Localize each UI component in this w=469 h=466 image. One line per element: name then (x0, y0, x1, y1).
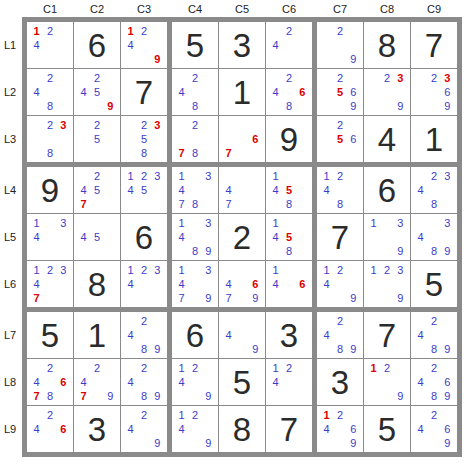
empty-candidate-slot (222, 263, 235, 277)
candidate-8: 8 (43, 146, 56, 160)
candidate-7: 7 (222, 291, 235, 305)
cell-L1C6[interactable]: 24 (266, 22, 312, 68)
empty-candidate-slot (441, 328, 454, 342)
candidate-4: 4 (175, 277, 188, 291)
candidate-7-highlighted: 7 (30, 291, 43, 305)
empty-candidate-slot (380, 277, 393, 291)
empty-candidate-slot (235, 197, 248, 211)
cell-L3C3[interactable]: 2358 (121, 116, 167, 162)
cell-L5C9[interactable]: 3489 (411, 214, 457, 260)
candidate-8: 8 (427, 342, 440, 356)
empty-candidate-slot (202, 132, 215, 146)
candidate-grid: 2348 (411, 167, 457, 213)
empty-candidate-slot (347, 314, 360, 328)
candidate-1: 1 (269, 361, 282, 375)
cell-L2C4[interactable]: 248 (172, 69, 218, 115)
empty-candidate-slot (104, 132, 117, 146)
row-label-L1: L1 (4, 39, 16, 51)
candidate-6: 6 (347, 85, 360, 99)
candidate-4: 4 (320, 422, 333, 436)
candidate-4: 4 (124, 422, 137, 436)
candidate-grid: 2468 (266, 69, 312, 115)
cell-L8C5[interactable]: 5 (219, 359, 265, 405)
empty-candidate-slot (57, 361, 70, 375)
empty-candidate-slot (296, 169, 309, 183)
cell-L4C6[interactable]: 1458 (266, 167, 312, 213)
empty-candidate-slot (57, 24, 70, 38)
candidate-grid: 1249 (172, 406, 218, 452)
empty-candidate-slot (296, 291, 309, 305)
solved-digit: 3 (331, 366, 349, 399)
candidate-2: 2 (427, 314, 440, 328)
empty-candidate-slot (414, 99, 427, 113)
empty-candidate-slot (249, 146, 262, 160)
empty-candidate-slot (222, 314, 235, 328)
cell-L9C4[interactable]: 1249 (172, 406, 218, 452)
solved-digit: 6 (88, 29, 106, 62)
candidate-grid: 2489 (121, 312, 167, 358)
empty-candidate-slot (77, 169, 90, 183)
candidate-4: 4 (320, 328, 333, 342)
empty-candidate-slot (441, 197, 454, 211)
cell-L9C1[interactable]: 246 (27, 406, 73, 452)
cell-L7C8[interactable]: 7 (364, 312, 410, 358)
candidate-1-highlighted: 1 (367, 361, 380, 375)
cell-L3C2[interactable]: 25 (74, 116, 120, 162)
empty-candidate-slot (282, 38, 295, 52)
empty-candidate-slot (269, 52, 282, 66)
cell-L5C6[interactable]: 1458 (266, 214, 312, 260)
cell-L9C9[interactable]: 2469 (411, 406, 457, 452)
empty-candidate-slot (151, 375, 164, 389)
row-label-L8: L8 (4, 376, 16, 388)
empty-candidate-slot (137, 197, 150, 211)
candidate-4: 4 (77, 230, 90, 244)
empty-candidate-slot (333, 183, 346, 197)
empty-candidate-slot (188, 291, 201, 305)
candidate-2: 2 (427, 71, 440, 85)
candidate-2: 2 (90, 118, 103, 132)
candidate-8: 8 (137, 146, 150, 160)
empty-candidate-slot (320, 85, 333, 99)
candidate-grid: 2489 (121, 359, 167, 405)
empty-candidate-slot (414, 342, 427, 356)
candidate-1: 1 (175, 263, 188, 277)
cell-L9C6[interactable]: 7 (266, 406, 312, 452)
cell-L3C8[interactable]: 4 (364, 116, 410, 162)
empty-candidate-slot (249, 263, 262, 277)
cell-L8C3[interactable]: 2489 (121, 359, 167, 405)
cell-L9C2[interactable]: 3 (74, 406, 120, 452)
empty-candidate-slot (282, 375, 295, 389)
cell-L8C6[interactable]: 124 (266, 359, 312, 405)
empty-candidate-slot (57, 146, 70, 160)
solved-digit: 3 (233, 29, 251, 62)
candidate-grid: 3489 (411, 214, 457, 260)
cell-L6C6[interactable]: 146 (266, 261, 312, 307)
candidate-4: 4 (269, 85, 282, 99)
cell-L5C1[interactable]: 134 (27, 214, 73, 260)
cell-L9C3[interactable]: 249 (121, 406, 167, 452)
empty-candidate-slot (43, 216, 56, 230)
cell-L6C8[interactable]: 1239 (364, 261, 410, 307)
candidate-6: 6 (441, 422, 454, 436)
candidate-grid: 47 (219, 167, 265, 213)
cell-L7C3[interactable]: 2489 (121, 312, 167, 358)
candidate-3-highlighted: 3 (441, 71, 454, 85)
candidate-6-highlighted: 6 (249, 277, 262, 291)
cell-L7C6[interactable]: 3 (266, 312, 312, 358)
empty-candidate-slot (235, 132, 248, 146)
empty-candidate-slot (57, 230, 70, 244)
cell-L2C9[interactable]: 2369 (411, 69, 457, 115)
empty-candidate-slot (137, 277, 150, 291)
empty-candidate-slot (441, 361, 454, 375)
empty-candidate-slot (333, 291, 346, 305)
cell-L1C1[interactable]: 124 (27, 22, 73, 68)
empty-candidate-slot (380, 389, 393, 403)
empty-candidate-slot (188, 216, 201, 230)
candidate-1: 1 (320, 263, 333, 277)
empty-candidate-slot (347, 118, 360, 132)
empty-candidate-slot (394, 230, 407, 244)
cell-L1C9[interactable]: 7 (411, 22, 457, 68)
empty-candidate-slot (30, 436, 43, 450)
cell-L5C5[interactable]: 2 (219, 214, 265, 260)
cell-L6C2[interactable]: 8 (74, 261, 120, 307)
box-5: 134784714581348921458134794679146 (172, 167, 312, 307)
candidate-grid: 67 (219, 116, 265, 162)
candidate-2: 2 (333, 118, 346, 132)
solved-digit: 7 (280, 413, 298, 446)
empty-candidate-slot (30, 52, 43, 66)
empty-candidate-slot (427, 99, 440, 113)
empty-candidate-slot (367, 99, 380, 113)
cell-L6C7[interactable]: 1249 (317, 261, 363, 307)
cell-L2C8[interactable]: 239 (364, 69, 410, 115)
candidate-2: 2 (427, 169, 440, 183)
empty-candidate-slot (320, 118, 333, 132)
cell-L1C8[interactable]: 8 (364, 22, 410, 68)
cell-L7C2[interactable]: 1 (74, 312, 120, 358)
cell-L9C7[interactable]: 12469 (317, 406, 363, 452)
candidate-grid: 2489 (317, 312, 363, 358)
empty-candidate-slot (57, 71, 70, 85)
candidate-1: 1 (175, 361, 188, 375)
candidate-4: 4 (30, 277, 43, 291)
cell-L3C1[interactable]: 238 (27, 116, 73, 162)
empty-candidate-slot (414, 361, 427, 375)
cell-L7C9[interactable]: 2489 (411, 312, 457, 358)
box-6: 12486234871393489124912395 (317, 167, 457, 307)
cell-L1C7[interactable]: 29 (317, 22, 363, 68)
empty-candidate-slot (249, 169, 262, 183)
empty-candidate-slot (269, 71, 282, 85)
cell-L9C8[interactable]: 5 (364, 406, 410, 452)
empty-candidate-slot (90, 389, 103, 403)
row-label-L2: L2 (4, 86, 16, 98)
candidate-2: 2 (188, 71, 201, 85)
candidate-5: 5 (137, 132, 150, 146)
empty-candidate-slot (90, 197, 103, 211)
candidate-3: 3 (202, 169, 215, 183)
empty-candidate-slot (235, 277, 248, 291)
candidate-grid: 124 (266, 359, 312, 405)
empty-candidate-slot (124, 389, 137, 403)
empty-candidate-slot (333, 277, 346, 291)
empty-candidate-slot (347, 408, 360, 422)
cell-L5C4[interactable]: 13489 (172, 214, 218, 260)
candidate-3: 3 (151, 263, 164, 277)
empty-candidate-slot (43, 244, 56, 258)
candidate-2: 2 (137, 361, 150, 375)
candidate-3: 3 (202, 263, 215, 277)
cell-L8C8[interactable]: 129 (364, 359, 410, 405)
candidate-grid: 2569 (317, 69, 363, 115)
empty-candidate-slot (188, 132, 201, 146)
empty-candidate-slot (320, 197, 333, 211)
candidate-2: 2 (137, 314, 150, 328)
empty-candidate-slot (151, 314, 164, 328)
cell-L6C5[interactable]: 4679 (219, 261, 265, 307)
cell-L6C3[interactable]: 1234 (121, 261, 167, 307)
cell-L3C9[interactable]: 1 (411, 116, 457, 162)
empty-candidate-slot (394, 85, 407, 99)
candidate-grid: 2459 (74, 69, 120, 115)
empty-candidate-slot (249, 118, 262, 132)
empty-candidate-slot (77, 118, 90, 132)
empty-candidate-slot (57, 277, 70, 291)
cell-L5C8[interactable]: 139 (364, 214, 410, 260)
candidate-2: 2 (90, 71, 103, 85)
cell-L1C4[interactable]: 5 (172, 22, 218, 68)
candidate-9: 9 (441, 436, 454, 450)
cell-L2C7[interactable]: 2569 (317, 69, 363, 115)
candidate-9: 9 (151, 436, 164, 450)
candidate-4: 4 (269, 375, 282, 389)
empty-candidate-slot (188, 169, 201, 183)
candidate-9: 9 (202, 244, 215, 258)
cell-L6C1[interactable]: 12347 (27, 261, 73, 307)
cell-L5C7[interactable]: 7 (317, 214, 363, 260)
empty-candidate-slot (380, 99, 393, 113)
cell-L2C6[interactable]: 2468 (266, 69, 312, 115)
candidate-grid: 12345 (121, 167, 167, 213)
candidate-6-highlighted: 6 (296, 85, 309, 99)
empty-candidate-slot (414, 244, 427, 258)
cell-L8C4[interactable]: 1249 (172, 359, 218, 405)
candidate-4: 4 (30, 230, 43, 244)
empty-candidate-slot (202, 146, 215, 160)
candidate-5-highlighted: 5 (333, 132, 346, 146)
empty-candidate-slot (202, 277, 215, 291)
candidate-5: 5 (90, 85, 103, 99)
candidate-9: 9 (249, 291, 262, 305)
empty-candidate-slot (188, 436, 201, 450)
empty-candidate-slot (43, 85, 56, 99)
candidate-grid: 134 (27, 214, 73, 260)
candidate-4: 4 (175, 183, 188, 197)
cell-L3C4[interactable]: 278 (172, 116, 218, 162)
empty-candidate-slot (414, 389, 427, 403)
empty-candidate-slot (441, 314, 454, 328)
candidate-grid: 25 (74, 116, 120, 162)
empty-candidate-slot (90, 244, 103, 258)
candidate-grid: 2369 (411, 69, 457, 115)
empty-candidate-slot (77, 132, 90, 146)
empty-candidate-slot (296, 389, 309, 403)
candidate-7: 7 (175, 197, 188, 211)
candidate-5: 5 (90, 230, 103, 244)
candidate-8: 8 (188, 244, 201, 258)
empty-candidate-slot (320, 52, 333, 66)
empty-candidate-slot (333, 436, 346, 450)
cell-L9C5[interactable]: 8 (219, 406, 265, 452)
cell-L4C5[interactable]: 47 (219, 167, 265, 213)
empty-candidate-slot (235, 342, 248, 356)
row-label-L5: L5 (4, 231, 16, 243)
cell-L8C2[interactable]: 2479 (74, 359, 120, 405)
empty-candidate-slot (222, 132, 235, 146)
cell-L4C2[interactable]: 2457 (74, 167, 120, 213)
empty-candidate-slot (347, 24, 360, 38)
cell-L5C3[interactable]: 6 (121, 214, 167, 260)
box-2: 532424812468278679 (172, 22, 312, 162)
empty-candidate-slot (43, 277, 56, 291)
empty-candidate-slot (269, 99, 282, 113)
cell-L2C3[interactable]: 7 (121, 69, 167, 115)
candidate-1: 1 (269, 169, 282, 183)
empty-candidate-slot (137, 422, 150, 436)
empty-candidate-slot (175, 436, 188, 450)
empty-candidate-slot (30, 71, 43, 85)
sudoku-app: 1246124924824597238252358532424812468278… (0, 0, 469, 466)
cell-L7C7[interactable]: 2489 (317, 312, 363, 358)
cell-L2C1[interactable]: 248 (27, 69, 73, 115)
empty-candidate-slot (104, 244, 117, 258)
cell-L8C9[interactable]: 24689 (411, 359, 457, 405)
candidate-5: 5 (137, 183, 150, 197)
empty-candidate-slot (427, 230, 440, 244)
empty-candidate-slot (333, 38, 346, 52)
cell-L8C7[interactable]: 3 (317, 359, 363, 405)
empty-candidate-slot (202, 197, 215, 211)
candidate-2: 2 (333, 169, 346, 183)
candidate-2: 2 (90, 169, 103, 183)
cell-L7C4[interactable]: 6 (172, 312, 218, 358)
solved-digit: 6 (135, 221, 153, 254)
cell-L6C9[interactable]: 5 (411, 261, 457, 307)
empty-candidate-slot (235, 291, 248, 305)
cell-L3C5[interactable]: 67 (219, 116, 265, 162)
empty-candidate-slot (137, 291, 150, 305)
empty-candidate-slot (427, 436, 440, 450)
candidate-2: 2 (333, 314, 346, 328)
cell-L4C9[interactable]: 2348 (411, 167, 457, 213)
candidate-7-highlighted: 7 (175, 146, 188, 160)
empty-candidate-slot (188, 389, 201, 403)
candidate-4: 4 (414, 183, 427, 197)
candidate-grid: 129 (364, 359, 410, 405)
empty-candidate-slot (249, 314, 262, 328)
empty-candidate-slot (320, 99, 333, 113)
solved-digit: 4 (378, 123, 396, 156)
cell-L4C3[interactable]: 12345 (121, 167, 167, 213)
empty-candidate-slot (188, 183, 201, 197)
empty-candidate-slot (347, 277, 360, 291)
cell-L2C2[interactable]: 2459 (74, 69, 120, 115)
empty-candidate-slot (43, 132, 56, 146)
empty-candidate-slot (30, 361, 43, 375)
empty-candidate-slot (320, 71, 333, 85)
empty-candidate-slot (202, 230, 215, 244)
cell-L3C7[interactable]: 256 (317, 116, 363, 162)
empty-candidate-slot (175, 244, 188, 258)
candidate-grid: 13489 (172, 214, 218, 260)
candidate-4: 4 (414, 328, 427, 342)
empty-candidate-slot (43, 230, 56, 244)
cell-L5C2[interactable]: 45 (74, 214, 120, 260)
candidate-grid: 2479 (74, 359, 120, 405)
empty-candidate-slot (414, 216, 427, 230)
cell-L1C5[interactable]: 3 (219, 22, 265, 68)
cell-L1C2[interactable]: 6 (74, 22, 120, 68)
cell-L3C6[interactable]: 9 (266, 116, 312, 162)
empty-candidate-slot (320, 436, 333, 450)
empty-candidate-slot (188, 277, 201, 291)
empty-candidate-slot (202, 375, 215, 389)
cell-L4C1[interactable]: 9 (27, 167, 73, 213)
sudoku-board: 1246124924824597238252358532424812468278… (22, 17, 462, 457)
empty-candidate-slot (202, 183, 215, 197)
empty-candidate-slot (282, 389, 295, 403)
solved-digit: 5 (41, 319, 59, 352)
cell-L4C4[interactable]: 13478 (172, 167, 218, 213)
candidate-1: 1 (175, 408, 188, 422)
candidate-1: 1 (320, 169, 333, 183)
candidate-2: 2 (380, 71, 393, 85)
solved-digit: 1 (88, 319, 106, 352)
empty-candidate-slot (124, 314, 137, 328)
cell-L7C1[interactable]: 5 (27, 312, 73, 358)
candidate-9: 9 (441, 99, 454, 113)
empty-candidate-slot (188, 263, 201, 277)
cell-L8C1[interactable]: 24678 (27, 359, 73, 405)
empty-candidate-slot (57, 389, 70, 403)
cell-L7C5[interactable]: 49 (219, 312, 265, 358)
candidate-grid: 24689 (411, 359, 457, 405)
candidate-grid: 24678 (27, 359, 73, 405)
candidate-8: 8 (188, 146, 201, 160)
cell-L1C3[interactable]: 1249 (121, 22, 167, 68)
empty-candidate-slot (43, 436, 56, 450)
candidate-grid: 1234 (121, 261, 167, 307)
candidate-grid: 1249 (121, 22, 167, 68)
cell-L4C7[interactable]: 1248 (317, 167, 363, 213)
candidate-3: 3 (57, 263, 70, 277)
candidate-2: 2 (333, 263, 346, 277)
candidate-2: 2 (188, 361, 201, 375)
candidate-9: 9 (347, 342, 360, 356)
cell-L2C5[interactable]: 1 (219, 69, 265, 115)
candidate-grid: 1458 (266, 167, 312, 213)
empty-candidate-slot (43, 38, 56, 52)
cell-L6C4[interactable]: 13479 (172, 261, 218, 307)
empty-candidate-slot (30, 118, 43, 132)
column-label-C7: C7 (333, 3, 347, 15)
solved-digit: 7 (425, 29, 443, 62)
cell-L4C8[interactable]: 6 (364, 167, 410, 213)
